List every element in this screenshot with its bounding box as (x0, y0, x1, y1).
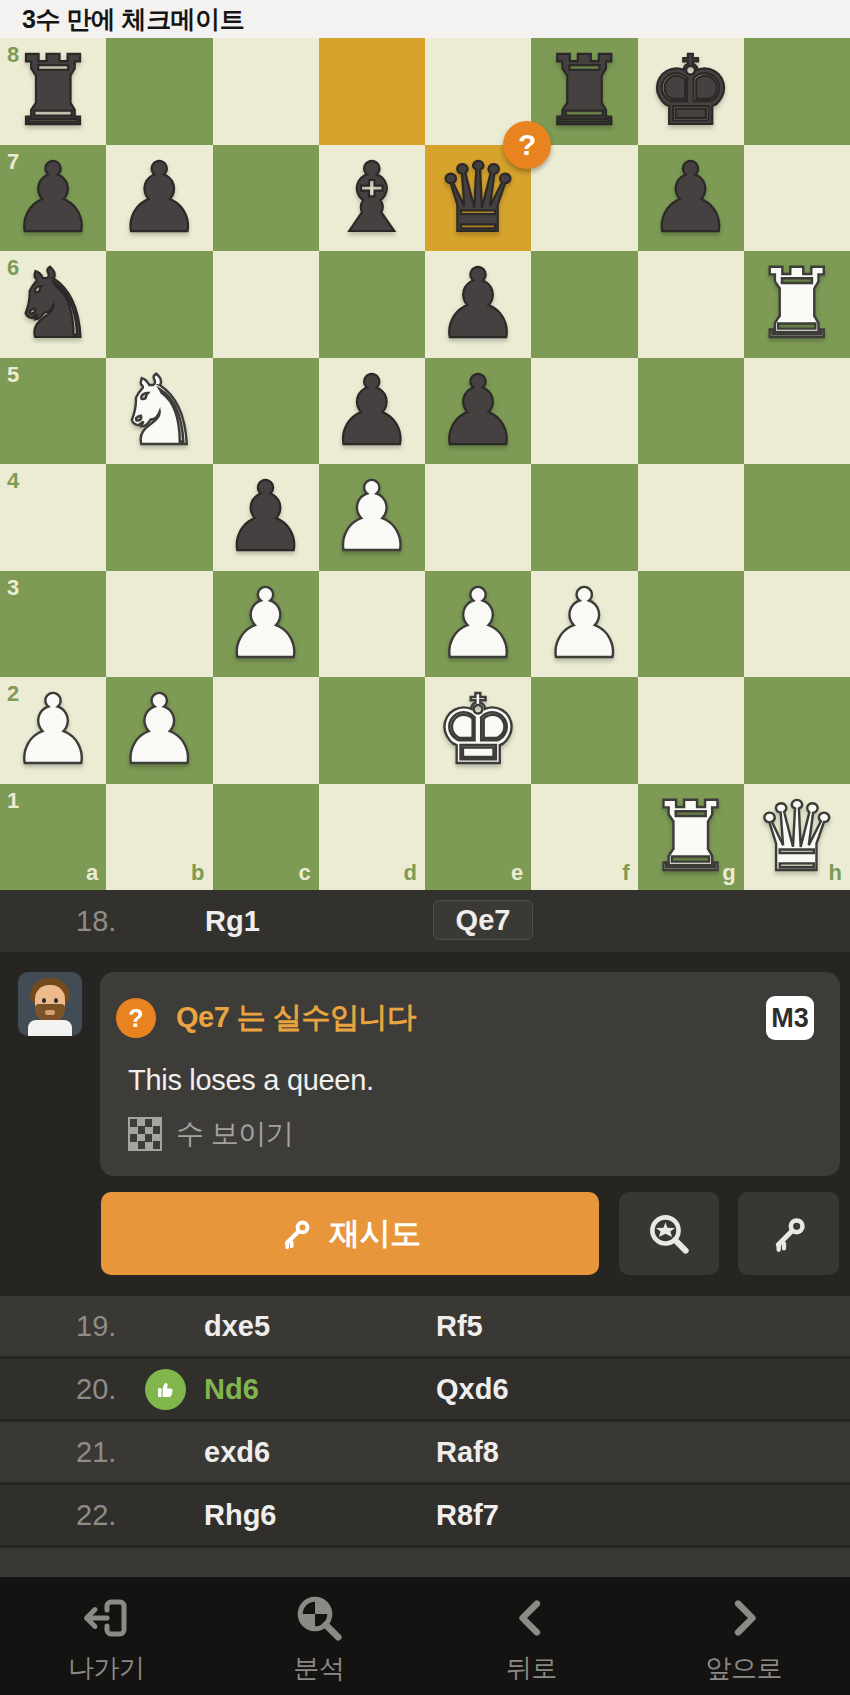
black-bishop-d7[interactable]: ♝ (319, 145, 425, 252)
white-move[interactable]: exd6 (204, 1422, 270, 1482)
avatar-eye (54, 998, 58, 1003)
black-move-selected[interactable]: Qe7 (433, 900, 533, 940)
coach-comment: This loses a queen. (128, 1064, 374, 1097)
square-d8[interactable] (319, 38, 425, 145)
square-b6[interactable] (106, 251, 212, 358)
file-label-a: a (86, 860, 98, 886)
title-bar: 3수 만에 체크메이트 (0, 0, 850, 39)
square-g7[interactable]: ♟ (638, 145, 744, 252)
white-king-e2[interactable]: ♚ (425, 677, 531, 784)
square-g5[interactable] (638, 358, 744, 465)
back-icon (509, 1587, 553, 1649)
white-knight-b5[interactable]: ♞ (106, 358, 212, 465)
file-label-e: e (511, 860, 523, 886)
square-e4[interactable] (425, 464, 531, 571)
square-d1[interactable]: d (319, 784, 425, 891)
white-move[interactable]: dxe5 (204, 1296, 270, 1356)
square-c5[interactable] (213, 358, 319, 465)
file-label-c: c (299, 860, 311, 886)
file-label-b: b (191, 860, 204, 886)
puzzle-review-screen: 3수 만에 체크메이트 8♜♜♚7♟♟♝♛♟6♞♟♜5♞♟♟4♟♟3♟♟♟2♟♟… (0, 0, 850, 1695)
square-f3[interactable]: ♟ (531, 571, 637, 678)
white-pawn-c3[interactable]: ♟ (213, 571, 319, 678)
rank-label-3: 3 (7, 575, 19, 601)
nav-label: 뒤로 (506, 1651, 557, 1686)
move-number: 19. (76, 1296, 116, 1356)
square-h8[interactable] (744, 38, 850, 145)
white-pawn-a2[interactable]: ♟ (0, 677, 106, 784)
square-h3[interactable] (744, 571, 850, 678)
page-title: 3수 만에 체크메이트 (0, 3, 244, 36)
square-e2[interactable]: ♚ (425, 677, 531, 784)
square-b7[interactable]: ♟ (106, 145, 212, 252)
rank-label-4: 4 (7, 468, 19, 494)
square-h2[interactable] (744, 677, 850, 784)
white-pawn-b2[interactable]: ♟ (106, 677, 212, 784)
key-icon (769, 1214, 809, 1254)
mistake-question-icon: ? (116, 998, 156, 1038)
square-c3[interactable]: ♟ (213, 571, 319, 678)
square-f7[interactable] (531, 145, 637, 252)
move-list: 19.dxe5Rf520.Nd6Qxd621.exd6Raf822.Rhg6R8… (0, 1293, 850, 1608)
square-b5[interactable]: ♞ (106, 358, 212, 465)
white-move[interactable]: Rg1 (205, 890, 260, 952)
mate-in-badge: M3 (766, 996, 814, 1040)
file-label-f: f (622, 860, 629, 886)
square-f6[interactable] (531, 251, 637, 358)
show-moves-label: 수 보이기 (176, 1115, 293, 1153)
black-pawn-g7[interactable]: ♟ (638, 145, 744, 252)
white-move[interactable]: Nd6 (204, 1359, 259, 1419)
square-b3[interactable] (106, 571, 212, 678)
square-d7[interactable]: ♝ (319, 145, 425, 252)
mistake-badge-icon: ? (503, 121, 551, 169)
white-rook-h6[interactable]: ♜ (744, 251, 850, 358)
move-number: 21. (76, 1422, 116, 1482)
coach-avatar (18, 972, 82, 1036)
black-rook-a8[interactable]: ♜ (0, 38, 106, 145)
current-move-row[interactable]: 18. Rg1 Qe7 (0, 890, 850, 952)
nav-analysis[interactable]: 분석 (213, 1577, 426, 1695)
magnifier-star-icon (646, 1211, 692, 1257)
square-g1[interactable]: g♜ (638, 784, 744, 891)
white-pawn-e3[interactable]: ♟ (425, 571, 531, 678)
square-f1[interactable]: f (531, 784, 637, 891)
show-moves-button[interactable]: 수 보이기 (128, 1114, 293, 1154)
hint-button[interactable] (619, 1192, 719, 1275)
square-d3[interactable] (319, 571, 425, 678)
retry-button[interactable]: 재시도 (101, 1192, 599, 1275)
bottom-nav: 나가기분석뒤로앞으로 (0, 1577, 850, 1695)
avatar-eye (42, 998, 46, 1003)
square-a3[interactable]: 3 (0, 571, 106, 678)
square-h5[interactable] (744, 358, 850, 465)
black-king-g8[interactable]: ♚ (638, 38, 744, 145)
square-c1[interactable]: c (213, 784, 319, 891)
black-pawn-c4[interactable]: ♟ (213, 464, 319, 571)
square-a7[interactable]: 7♟ (0, 145, 106, 252)
black-move[interactable]: Raf8 (436, 1422, 499, 1482)
white-move[interactable]: Rhg6 (204, 1485, 277, 1545)
square-a1[interactable]: 1a (0, 784, 106, 891)
file-label-h: h (829, 860, 842, 886)
square-c2[interactable] (213, 677, 319, 784)
black-move[interactable]: Qxd6 (436, 1359, 509, 1419)
square-g3[interactable] (638, 571, 744, 678)
key-button[interactable] (738, 1192, 839, 1275)
black-move[interactable]: Rf5 (436, 1296, 483, 1356)
black-move[interactable]: R8f7 (436, 1485, 499, 1545)
nav-label: 분석 (293, 1651, 344, 1686)
nav-exit[interactable]: 나가기 (0, 1577, 213, 1695)
square-d6[interactable] (319, 251, 425, 358)
forward-icon (722, 1587, 766, 1649)
file-label-d: d (404, 860, 417, 886)
black-pawn-e6[interactable]: ♟ (425, 251, 531, 358)
square-b8[interactable] (106, 38, 212, 145)
black-pawn-a7[interactable]: ♟ (0, 145, 106, 252)
square-c4[interactable]: ♟ (213, 464, 319, 571)
square-a5[interactable]: 5 (0, 358, 106, 465)
nav-back[interactable]: 뒤로 (425, 1577, 638, 1695)
thumbs-up-icon (145, 1369, 186, 1410)
square-e1[interactable]: e (425, 784, 531, 891)
chess-board[interactable]: 8♜♜♚7♟♟♝♛♟6♞♟♜5♞♟♟4♟♟3♟♟♟2♟♟♚1abcdefg♜h♛… (0, 38, 850, 890)
square-a4[interactable]: 4 (0, 464, 106, 571)
square-h4[interactable] (744, 464, 850, 571)
move-number: 20. (76, 1359, 116, 1419)
exit-icon (80, 1587, 132, 1649)
white-pawn-f3[interactable]: ♟ (531, 571, 637, 678)
move-row-22[interactable]: 22.Rhg6R8f7 (0, 1482, 850, 1545)
white-pawn-d4[interactable]: ♟ (319, 464, 425, 571)
coach-headline: Qe7 는 실수입니다 (176, 998, 415, 1038)
square-g2[interactable] (638, 677, 744, 784)
square-c7[interactable] (213, 145, 319, 252)
retry-label: 재시도 (329, 1213, 421, 1255)
square-h6[interactable]: ♜ (744, 251, 850, 358)
square-a8[interactable]: 8♜ (0, 38, 106, 145)
square-f5[interactable] (531, 358, 637, 465)
square-b1[interactable]: b (106, 784, 212, 891)
square-h7[interactable] (744, 145, 850, 252)
square-d4[interactable]: ♟ (319, 464, 425, 571)
square-a2[interactable]: 2♟ (0, 677, 106, 784)
square-g8[interactable]: ♚ (638, 38, 744, 145)
square-h1[interactable]: h♛ (744, 784, 850, 891)
move-row-19[interactable]: 19.dxe5Rf5 (0, 1293, 850, 1356)
square-c8[interactable] (213, 38, 319, 145)
nav-forward[interactable]: 앞으로 (638, 1577, 850, 1695)
square-c6[interactable] (213, 251, 319, 358)
nav-label: 앞으로 (706, 1651, 783, 1686)
analysis-icon (293, 1587, 345, 1649)
square-d2[interactable] (319, 677, 425, 784)
square-e5[interactable]: ♟ (425, 358, 531, 465)
black-pawn-e5[interactable]: ♟ (425, 358, 531, 465)
square-f8[interactable]: ♜ (531, 38, 637, 145)
move-row-21[interactable]: 21.exd6Raf8 (0, 1419, 850, 1482)
square-e3[interactable]: ♟ (425, 571, 531, 678)
mini-board-icon (128, 1117, 162, 1151)
square-b4[interactable] (106, 464, 212, 571)
avatar-shirt (28, 1020, 72, 1036)
black-pawn-d5[interactable]: ♟ (319, 358, 425, 465)
nav-label: 나가기 (68, 1651, 145, 1686)
file-label-g: g (722, 860, 735, 886)
avatar-mouth (45, 1010, 55, 1015)
square-d5[interactable]: ♟ (319, 358, 425, 465)
move-row-20[interactable]: 20.Nd6Qxd6 (0, 1356, 850, 1419)
move-number: 22. (76, 1485, 116, 1545)
square-g4[interactable] (638, 464, 744, 571)
coach-panel: ? Qe7 는 실수입니다 M3 This loses a queen. 수 보… (100, 972, 840, 1176)
square-e6[interactable]: ♟ (425, 251, 531, 358)
key-icon (279, 1217, 313, 1251)
square-f2[interactable] (531, 677, 637, 784)
black-pawn-b7[interactable]: ♟ (106, 145, 212, 252)
square-b2[interactable]: ♟ (106, 677, 212, 784)
move-number: 18. (76, 890, 116, 952)
black-rook-f8[interactable]: ♜ (531, 38, 637, 145)
square-a6[interactable]: 6♞ (0, 251, 106, 358)
black-knight-a6[interactable]: ♞ (0, 251, 106, 358)
rank-label-5: 5 (7, 362, 19, 388)
square-f4[interactable] (531, 464, 637, 571)
rank-label-1: 1 (7, 788, 19, 814)
square-g6[interactable] (638, 251, 744, 358)
